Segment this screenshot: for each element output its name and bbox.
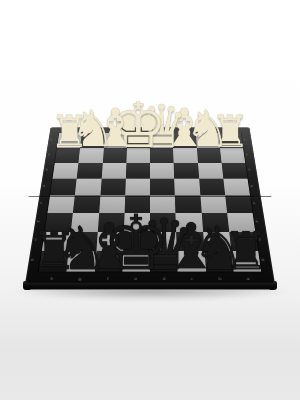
square-h3 [52, 163, 78, 179]
square-g7 [69, 232, 97, 251]
square-a6 [227, 213, 255, 231]
rank-label-3-left: 3 [45, 169, 48, 172]
rank-label-1-right: 1 [243, 139, 246, 141]
square-e6 [124, 213, 150, 231]
rank-label-8-right: 8 [261, 259, 264, 262]
rank-label-7-right: 7 [258, 239, 261, 242]
square-b7 [203, 232, 231, 251]
square-e1 [127, 133, 150, 147]
file-label-e: e [134, 277, 137, 281]
square-h1 [57, 133, 82, 147]
square-d6 [150, 213, 176, 231]
square-h7 [42, 232, 71, 251]
square-a3 [221, 163, 247, 179]
rank-label-3-right: 3 [248, 169, 251, 172]
square-h6 [45, 213, 73, 231]
square-h8 [39, 251, 69, 272]
square-g4 [75, 179, 101, 196]
rank-label-2-right: 2 [245, 154, 248, 156]
chess-board: hgfedcba1122334455667788 [25, 127, 275, 284]
rank-label-7-left: 7 [34, 239, 37, 242]
square-d8 [150, 251, 178, 272]
rank-label-2-left: 2 [47, 154, 50, 156]
square-c8 [177, 251, 206, 272]
square-f4 [100, 179, 126, 196]
square-e7 [123, 232, 150, 251]
square-a8 [231, 251, 261, 272]
square-e5 [124, 195, 150, 213]
square-d2 [150, 148, 174, 163]
rank-label-4-right: 4 [250, 185, 253, 188]
square-d3 [150, 163, 174, 179]
rank-label-6-left: 6 [37, 220, 40, 223]
square-f5 [99, 195, 125, 213]
square-f8 [94, 251, 123, 272]
square-a7 [229, 232, 258, 251]
square-d4 [150, 179, 175, 196]
rank-label-6-right: 6 [255, 220, 258, 223]
chess-set-photo: hgfedcba1122334455667788 ♜♞♝♛♚♝♞♜♜♞♝♛♚♝♞… [0, 0, 300, 400]
square-c4 [174, 179, 200, 196]
square-g5 [73, 195, 100, 213]
square-b2 [196, 148, 221, 163]
board-surface [39, 133, 261, 271]
file-label-a: a [246, 277, 250, 281]
square-b3 [198, 163, 224, 179]
square-b5 [200, 195, 227, 213]
square-g1 [80, 133, 104, 147]
square-c7 [176, 232, 204, 251]
file-label-b: b [218, 277, 222, 281]
file-label-c: c [191, 277, 194, 281]
square-d5 [150, 195, 176, 213]
file-label-g: g [78, 277, 82, 281]
square-a2 [220, 148, 245, 163]
square-d1 [150, 133, 173, 147]
square-h4 [50, 179, 77, 196]
square-f1 [104, 133, 128, 147]
square-f6 [97, 213, 124, 231]
file-label-h: h [50, 277, 54, 281]
square-b8 [204, 251, 233, 272]
square-e4 [125, 179, 150, 196]
board-base-highlight [30, 289, 270, 291]
square-c2 [173, 148, 197, 163]
square-g8 [67, 251, 96, 272]
square-c3 [174, 163, 199, 179]
square-e2 [126, 148, 150, 163]
rank-label-5-right: 5 [253, 202, 256, 205]
rank-label-5-left: 5 [40, 202, 43, 205]
square-g3 [77, 163, 103, 179]
square-e8 [122, 251, 150, 272]
square-a1 [218, 133, 243, 147]
rank-label-8-left: 8 [30, 259, 33, 262]
square-c5 [175, 195, 201, 213]
rank-label-1-left: 1 [50, 139, 53, 141]
square-b6 [201, 213, 229, 231]
square-c6 [176, 213, 203, 231]
square-b1 [195, 133, 219, 147]
square-g6 [71, 213, 99, 231]
square-e3 [126, 163, 150, 179]
square-h2 [55, 148, 80, 163]
square-c1 [173, 133, 197, 147]
square-a4 [223, 179, 250, 196]
square-f2 [102, 148, 126, 163]
square-a5 [225, 195, 253, 213]
file-label-f: f [107, 277, 109, 281]
rank-label-4-left: 4 [42, 185, 45, 188]
square-f7 [96, 232, 124, 251]
square-g2 [79, 148, 104, 163]
square-b4 [199, 179, 225, 196]
square-h5 [47, 195, 75, 213]
square-d7 [150, 232, 177, 251]
square-f3 [101, 163, 126, 179]
file-label-d: d [162, 277, 165, 281]
